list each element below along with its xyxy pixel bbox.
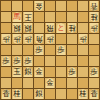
square-r2-c9[interactable]: 桂 <box>89 12 99 22</box>
square-r2-c2[interactable]: 馬 <box>12 12 22 22</box>
shogi-piece-gote[interactable]: 銀 <box>24 23 33 33</box>
shogi-piece-sente[interactable]: 金 <box>35 67 44 77</box>
square-r3-c7[interactable]: 桂 <box>67 23 77 33</box>
square-r8-c3[interactable] <box>23 78 33 88</box>
square-r1-c3[interactable] <box>23 1 33 11</box>
square-r5-c2[interactable] <box>12 45 22 55</box>
square-r7-c7[interactable]: 歩 <box>67 67 77 77</box>
square-r1-c8[interactable] <box>78 1 88 11</box>
square-r9-c9[interactable]: 香 <box>89 89 99 99</box>
square-r6-c4[interactable] <box>34 56 44 66</box>
square-r4-c4[interactable]: 角 <box>34 34 44 44</box>
square-r2-c1[interactable] <box>1 12 11 22</box>
square-r3-c2[interactable]: 銀 <box>12 23 22 33</box>
shogi-piece-gote[interactable]: 桂 <box>90 12 99 22</box>
square-r8-c9[interactable] <box>89 78 99 88</box>
shogi-piece-gote[interactable]: 歩 <box>24 34 33 44</box>
square-r8-c8[interactable] <box>78 78 88 88</box>
shogi-piece-sente[interactable]: 銀 <box>35 89 44 99</box>
square-r3-c9[interactable]: 歩 <box>89 23 99 33</box>
square-r4-c7[interactable] <box>67 34 77 44</box>
square-r7-c2[interactable]: 玉 <box>12 67 22 77</box>
square-r2-c5[interactable] <box>45 12 55 22</box>
square-r6-c6[interactable] <box>56 56 66 66</box>
square-r4-c3[interactable]: 歩 <box>23 34 33 44</box>
square-r1-c5[interactable] <box>45 1 55 11</box>
square-r8-c1[interactable] <box>1 78 11 88</box>
shogi-piece-sente[interactable]: 桂 <box>13 89 22 99</box>
shogi-piece-sente[interactable]: 歩 <box>90 67 99 77</box>
shogi-piece-sente[interactable]: 玉 <box>13 67 22 77</box>
square-r2-c4[interactable] <box>34 12 44 22</box>
square-r3-c8[interactable] <box>78 23 88 33</box>
shogi-piece-sente[interactable]: 金 <box>46 78 55 88</box>
square-r1-c7[interactable] <box>67 1 77 11</box>
square-r8-c7[interactable] <box>67 78 77 88</box>
square-r7-c6[interactable] <box>56 67 66 77</box>
square-r9-c4[interactable]: 銀 <box>34 89 44 99</box>
square-r8-c2[interactable] <box>12 78 22 88</box>
shogi-piece-gote[interactable]: 角 <box>35 34 44 44</box>
shogi-piece-gote[interactable]: 桂 <box>68 23 77 33</box>
shogi-piece-sente[interactable]: 歩 <box>68 67 77 77</box>
square-r2-c7[interactable] <box>67 12 77 22</box>
shogi-board: 金香馬王桂銀銀飛と桂歩歩歩歩角歩歩歩歩歩歩歩玉銀金歩歩金香桂銀桂香 <box>0 0 100 100</box>
shogi-piece-gote[interactable]: 歩 <box>79 34 88 44</box>
square-r2-c8[interactable] <box>78 12 88 22</box>
shogi-piece-sente[interactable]: 歩 <box>57 45 66 55</box>
square-r2-c3[interactable]: 王 <box>23 12 33 22</box>
square-r4-c2[interactable]: 歩 <box>12 34 22 44</box>
square-r5-c7[interactable] <box>67 45 77 55</box>
square-r9-c6[interactable] <box>56 89 66 99</box>
shogi-piece-gote[interactable]: 香 <box>90 1 99 11</box>
shogi-piece-sente-promoted[interactable]: 馬 <box>13 12 22 22</box>
square-r1-c4[interactable]: 金 <box>34 1 44 11</box>
square-r5-c3[interactable] <box>23 45 33 55</box>
square-r1-c6[interactable] <box>56 1 66 11</box>
shogi-piece-gote[interactable]: 王 <box>24 12 33 22</box>
square-r6-c1[interactable]: 歩 <box>1 56 11 66</box>
shogi-piece-gote[interactable]: 歩 <box>90 23 99 33</box>
square-r9-c7[interactable] <box>67 89 77 99</box>
shogi-piece-sente[interactable]: 歩 <box>2 56 11 66</box>
shogi-piece-sente[interactable]: 香 <box>2 89 11 99</box>
square-r4-c1[interactable]: 歩 <box>1 34 11 44</box>
square-r5-c8[interactable] <box>78 45 88 55</box>
square-r2-c6[interactable] <box>56 12 66 22</box>
square-r6-c3[interactable]: 歩 <box>23 56 33 66</box>
shogi-piece-gote[interactable]: 飛 <box>46 23 55 33</box>
shogi-board-area: 金香馬王桂銀銀飛と桂歩歩歩歩角歩歩歩歩歩歩歩玉銀金歩歩金香桂銀桂香 <box>0 0 100 100</box>
shogi-piece-gote[interactable]: 歩 <box>13 34 22 44</box>
square-r8-c6[interactable] <box>56 78 66 88</box>
square-r1-c1[interactable] <box>1 1 11 11</box>
square-r7-c1[interactable] <box>1 67 11 77</box>
square-r8-c4[interactable] <box>34 78 44 88</box>
square-r5-c1[interactable] <box>1 45 11 55</box>
square-r7-c5[interactable] <box>45 67 55 77</box>
square-r8-c5[interactable]: 金 <box>45 78 55 88</box>
square-r9-c1[interactable]: 香 <box>1 89 11 99</box>
shogi-piece-sente[interactable]: 歩 <box>24 56 33 66</box>
shogi-piece-sente[interactable]: 桂 <box>79 89 88 99</box>
square-r4-c9[interactable] <box>89 34 99 44</box>
square-r3-c6[interactable]: と <box>56 23 66 33</box>
square-r9-c3[interactable] <box>23 89 33 99</box>
shogi-piece-gote[interactable]: 銀 <box>13 23 22 33</box>
square-r4-c8[interactable]: 歩 <box>78 34 88 44</box>
shogi-piece-gote[interactable]: 金 <box>35 1 44 11</box>
shogi-piece-sente[interactable]: 歩 <box>35 45 44 55</box>
square-r3-c5[interactable]: 飛 <box>45 23 55 33</box>
shogi-piece-sente-promoted[interactable]: と <box>57 23 66 33</box>
square-r6-c2[interactable]: 歩 <box>12 56 22 66</box>
square-r7-c4[interactable]: 金 <box>34 67 44 77</box>
square-r6-c8[interactable] <box>78 56 88 66</box>
square-r4-c6[interactable] <box>56 34 66 44</box>
square-r3-c4[interactable] <box>34 23 44 33</box>
square-r5-c9[interactable] <box>89 45 99 55</box>
square-r5-c6[interactable]: 歩 <box>56 45 66 55</box>
square-r6-c5[interactable] <box>45 56 55 66</box>
square-r7-c9[interactable]: 歩 <box>89 67 99 77</box>
square-r5-c4[interactable]: 歩 <box>34 45 44 55</box>
square-r7-c8[interactable] <box>78 67 88 77</box>
square-r1-c2[interactable] <box>12 1 22 11</box>
shogi-piece-gote[interactable]: 歩 <box>2 34 11 44</box>
square-r9-c5[interactable] <box>45 89 55 99</box>
square-r3-c3[interactable]: 銀 <box>23 23 33 33</box>
shogi-piece-sente[interactable]: 香 <box>90 89 99 99</box>
shogi-piece-sente[interactable]: 銀 <box>24 67 33 77</box>
square-r1-c9[interactable]: 香 <box>89 1 99 11</box>
square-r4-c5[interactable]: 歩 <box>45 34 55 44</box>
square-r3-c1[interactable] <box>1 23 11 33</box>
square-r6-c9[interactable] <box>89 56 99 66</box>
square-r6-c7[interactable] <box>67 56 77 66</box>
shogi-piece-sente[interactable]: 歩 <box>13 56 22 66</box>
shogi-piece-gote[interactable]: 歩 <box>46 34 55 44</box>
square-r9-c2[interactable]: 桂 <box>12 89 22 99</box>
square-r5-c5[interactable] <box>45 45 55 55</box>
square-r7-c3[interactable]: 銀 <box>23 67 33 77</box>
square-r9-c8[interactable]: 桂 <box>78 89 88 99</box>
